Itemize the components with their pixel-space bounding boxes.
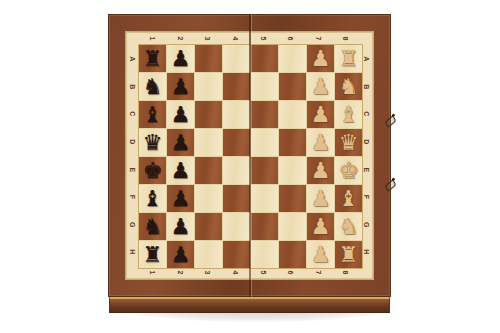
light-pawn-g7[interactable]: ♟ (311, 213, 331, 240)
dark-bishop-c1[interactable]: ♝ (143, 101, 163, 128)
square-b7[interactable]: ♟ (307, 73, 334, 100)
square-h2[interactable]: ♟ (167, 241, 194, 268)
light-rook-h8[interactable]: ♜ (339, 241, 359, 268)
square-g3[interactable] (195, 213, 222, 240)
square-d7[interactable]: ♟ (307, 129, 334, 156)
square-h1[interactable]: ♜ (139, 241, 166, 268)
square-f4[interactable] (223, 185, 250, 212)
square-c5[interactable] (251, 101, 278, 128)
square-c8[interactable]: ♝ (335, 101, 362, 128)
light-pawn-e7[interactable]: ♟ (311, 157, 331, 184)
square-c6[interactable] (279, 101, 306, 128)
square-f8[interactable]: ♝ (335, 185, 362, 212)
square-h7[interactable]: ♟ (307, 241, 334, 268)
square-f7[interactable]: ♟ (307, 185, 334, 212)
square-g6[interactable] (279, 213, 306, 240)
light-knight-b8[interactable]: ♞ (339, 73, 359, 100)
square-f1[interactable]: ♝ (139, 185, 166, 212)
square-e1[interactable]: ♚ (139, 157, 166, 184)
square-b8[interactable]: ♞ (335, 73, 362, 100)
folding-chess-box: 12345678 12345678 ABCDEFGH ABCDEFGH ♜♟♟♜… (108, 14, 391, 297)
dark-rook-a1[interactable]: ♜ (143, 45, 163, 72)
square-e2[interactable]: ♟ (167, 157, 194, 184)
light-pawn-c7[interactable]: ♟ (311, 101, 331, 128)
light-king-e8[interactable]: ♚ (339, 157, 359, 184)
square-d6[interactable] (279, 129, 306, 156)
light-bishop-c8[interactable]: ♝ (339, 101, 359, 128)
square-e7[interactable]: ♟ (307, 157, 334, 184)
square-d5[interactable] (251, 129, 278, 156)
square-h6[interactable] (279, 241, 306, 268)
square-h4[interactable] (223, 241, 250, 268)
light-queen-d8[interactable]: ♛ (339, 129, 359, 156)
square-e3[interactable] (195, 157, 222, 184)
dark-pawn-c2[interactable]: ♟ (171, 101, 191, 128)
square-d1[interactable]: ♛ (139, 129, 166, 156)
dark-knight-b1[interactable]: ♞ (143, 73, 163, 100)
product-photo-stage: 12345678 12345678 ABCDEFGH ABCDEFGH ♜♟♟♜… (0, 0, 500, 333)
square-b5[interactable] (251, 73, 278, 100)
square-e5[interactable] (251, 157, 278, 184)
light-bishop-f8[interactable]: ♝ (339, 185, 359, 212)
dark-rook-h1[interactable]: ♜ (143, 241, 163, 268)
light-pawn-b7[interactable]: ♟ (311, 73, 331, 100)
square-b3[interactable] (195, 73, 222, 100)
dark-pawn-h2[interactable]: ♟ (171, 241, 191, 268)
light-pawn-f7[interactable]: ♟ (311, 185, 331, 212)
square-e4[interactable] (223, 157, 250, 184)
square-f2[interactable]: ♟ (167, 185, 194, 212)
square-d3[interactable] (195, 129, 222, 156)
square-d4[interactable] (223, 129, 250, 156)
square-c7[interactable]: ♟ (307, 101, 334, 128)
dark-pawn-d2[interactable]: ♟ (171, 129, 191, 156)
square-c2[interactable]: ♟ (167, 101, 194, 128)
square-a2[interactable]: ♟ (167, 45, 194, 72)
square-b6[interactable] (279, 73, 306, 100)
square-h5[interactable] (251, 241, 278, 268)
square-g1[interactable]: ♞ (139, 213, 166, 240)
square-b2[interactable]: ♟ (167, 73, 194, 100)
light-pawn-a7[interactable]: ♟ (311, 45, 331, 72)
square-b1[interactable]: ♞ (139, 73, 166, 100)
square-a4[interactable] (223, 45, 250, 72)
dark-pawn-a2[interactable]: ♟ (171, 45, 191, 72)
fold-seam (249, 14, 251, 297)
square-c1[interactable]: ♝ (139, 101, 166, 128)
square-b4[interactable] (223, 73, 250, 100)
light-knight-g8[interactable]: ♞ (339, 213, 359, 240)
dark-queen-d1[interactable]: ♛ (143, 129, 163, 156)
square-a6[interactable] (279, 45, 306, 72)
square-a5[interactable] (251, 45, 278, 72)
square-f3[interactable] (195, 185, 222, 212)
square-d8[interactable]: ♛ (335, 129, 362, 156)
dark-knight-g1[interactable]: ♞ (143, 213, 163, 240)
square-g8[interactable]: ♞ (335, 213, 362, 240)
square-d2[interactable]: ♟ (167, 129, 194, 156)
file-labels-left: ABCDEFGH (126, 45, 139, 266)
square-e6[interactable] (279, 157, 306, 184)
square-g2[interactable]: ♟ (167, 213, 194, 240)
dark-pawn-f2[interactable]: ♟ (171, 185, 191, 212)
dark-bishop-f1[interactable]: ♝ (143, 185, 163, 212)
light-pawn-h7[interactable]: ♟ (311, 241, 331, 268)
square-h8[interactable]: ♜ (335, 241, 362, 268)
square-g4[interactable] (223, 213, 250, 240)
dark-king-e1[interactable]: ♚ (143, 157, 163, 184)
square-e8[interactable]: ♚ (335, 157, 362, 184)
square-a8[interactable]: ♜ (335, 45, 362, 72)
square-a1[interactable]: ♜ (139, 45, 166, 72)
square-c4[interactable] (223, 101, 250, 128)
dark-pawn-g2[interactable]: ♟ (171, 213, 191, 240)
square-h3[interactable] (195, 241, 222, 268)
dark-pawn-b2[interactable]: ♟ (171, 73, 191, 100)
dark-pawn-e2[interactable]: ♟ (171, 157, 191, 184)
box-side-edge (109, 297, 390, 313)
square-g7[interactable]: ♟ (307, 213, 334, 240)
square-f6[interactable] (279, 185, 306, 212)
light-pawn-d7[interactable]: ♟ (311, 129, 331, 156)
light-rook-a8[interactable]: ♜ (339, 45, 359, 72)
square-a7[interactable]: ♟ (307, 45, 334, 72)
square-f5[interactable] (251, 185, 278, 212)
square-c3[interactable] (195, 101, 222, 128)
chess-grid: ♜♟♟♜♞♟♟♞♝♟♟♝♛♟♟♛♚♟♟♚♝♟♟♝♞♟♟♞♜♟♟♜ (139, 45, 362, 268)
square-a3[interactable] (195, 45, 222, 72)
square-g5[interactable] (251, 213, 278, 240)
